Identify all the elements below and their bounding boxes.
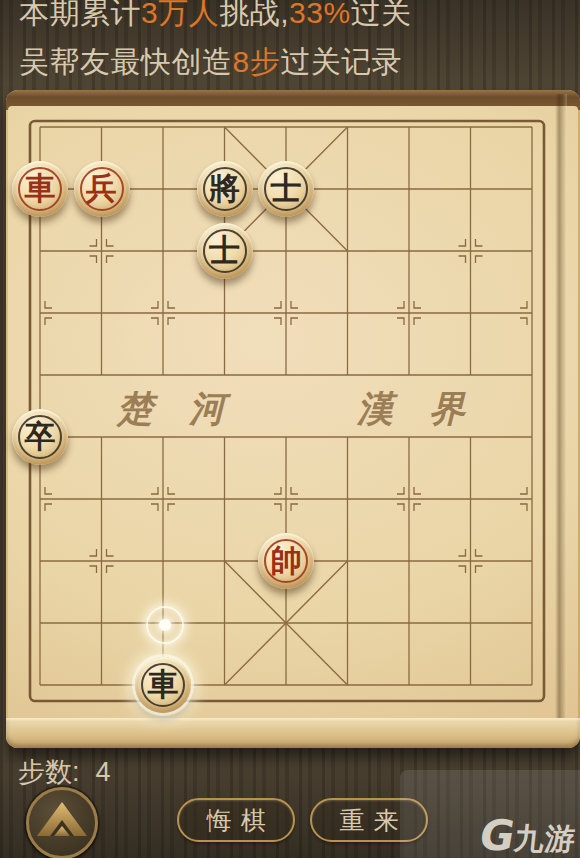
expand-menu-button[interactable]	[26, 787, 98, 858]
piece-black-chariot[interactable]: 車	[135, 657, 191, 713]
chevron-up-icon	[30, 790, 94, 854]
piece-character: 兵	[74, 161, 130, 217]
piece-character: 帥	[258, 533, 314, 589]
watermark-logo: G 九游	[480, 816, 576, 856]
piece-red-soldier[interactable]: 兵	[74, 161, 130, 217]
pieces-layer: 車兵將士士卒帥車	[0, 0, 580, 858]
watermark-text: 九游	[512, 822, 578, 856]
piece-red-chariot[interactable]: 車	[12, 161, 68, 217]
piece-character: 車	[135, 657, 191, 713]
watermark-panel: G 九游	[400, 770, 580, 858]
piece-red-general[interactable]: 帥	[258, 533, 314, 589]
piece-character: 卒	[12, 409, 68, 465]
piece-character: 車	[12, 161, 68, 217]
move-counter: 步数:4	[18, 754, 111, 790]
piece-black-general[interactable]: 將	[197, 161, 253, 217]
move-counter-value: 4	[96, 757, 111, 787]
move-highlight-dot	[146, 606, 184, 644]
xiangqi-game-screen: 本期累计3万人挑战,33%过关 吴帮友最快创造8步过关记录 楚河漢界 車兵將士士…	[0, 0, 580, 858]
piece-black-advisor[interactable]: 士	[197, 223, 253, 279]
piece-black-soldier[interactable]: 卒	[12, 409, 68, 465]
piece-character: 將	[197, 161, 253, 217]
piece-character: 士	[258, 161, 314, 217]
piece-black-advisor[interactable]: 士	[258, 161, 314, 217]
move-counter-label: 步数:	[18, 757, 80, 787]
undo-move-button[interactable]: 悔棋	[177, 798, 295, 842]
piece-character: 士	[197, 223, 253, 279]
watermark-logo-icon: G	[476, 816, 518, 856]
